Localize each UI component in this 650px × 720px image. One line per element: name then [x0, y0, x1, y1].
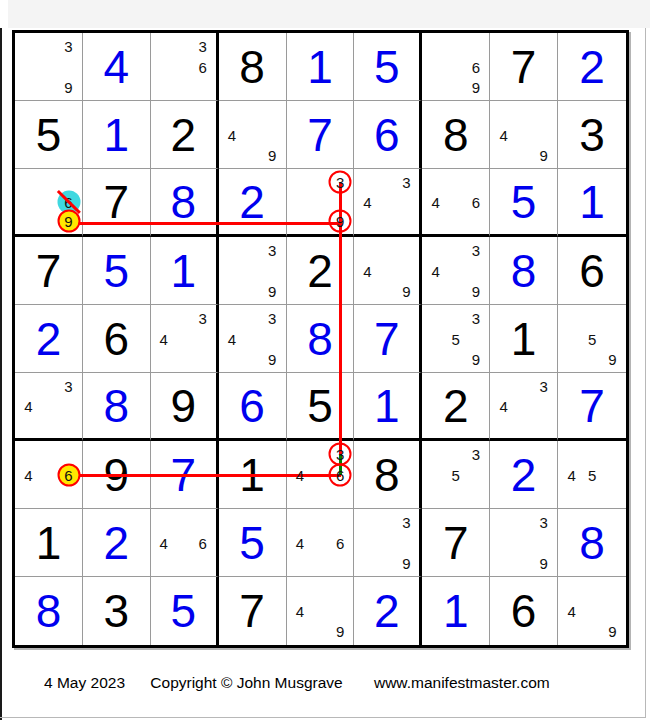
cell-r3c7[interactable]: 46: [422, 169, 490, 237]
pencil-marks: 34: [151, 305, 216, 372]
solved-digit: 5: [219, 509, 286, 576]
candidate-9-yellow-circle: 9: [57, 210, 80, 233]
candidate-6: 6: [191, 55, 214, 78]
candidate-3: 3: [532, 375, 555, 398]
candidate-3: 3: [464, 443, 487, 466]
cell-r4c2[interactable]: 5: [83, 237, 151, 305]
solved-digit: 2: [83, 509, 150, 576]
pencil-marks: 49: [490, 101, 557, 168]
cell-r3c2[interactable]: 7: [83, 169, 151, 237]
cell-r6c7[interactable]: 2: [422, 373, 490, 441]
window-border-right: [645, 28, 646, 718]
candidate-4: 4: [424, 259, 447, 282]
candidate-6-red-circle: 6: [329, 463, 352, 486]
solved-digit: 2: [354, 577, 419, 645]
pencil-marks: 49: [354, 237, 419, 304]
cell-r9c4[interactable]: 7: [219, 577, 287, 645]
candidate-4: 4: [221, 327, 244, 350]
cell-r6c8[interactable]: 34: [490, 373, 558, 441]
cell-r2c9[interactable]: 3: [558, 101, 626, 169]
cell-r9c5[interactable]: 49: [287, 577, 355, 645]
cell-r1c4[interactable]: 8: [219, 33, 287, 101]
candidate-5: 5: [581, 463, 604, 486]
cell-r5c1[interactable]: 2: [15, 305, 83, 373]
pencil-marks: 46: [151, 509, 216, 576]
cell-r8c4[interactable]: 5: [219, 509, 287, 577]
cell-r8c6[interactable]: 39: [354, 509, 422, 577]
cell-r8c7[interactable]: 7: [422, 509, 490, 577]
candidate-9: 9: [395, 279, 418, 302]
cell-r2c1[interactable]: 5: [15, 101, 83, 169]
candidate-5: 5: [581, 327, 604, 350]
sudoku-board: 3943681569725124976849369782393446517513…: [12, 30, 629, 648]
cell-r3c8[interactable]: 5: [490, 169, 558, 237]
candidate-3-red-circle: 3: [329, 171, 352, 194]
solved-digit: 8: [287, 305, 354, 372]
candidate-9: 9: [261, 279, 284, 302]
given-digit: 1: [219, 441, 286, 508]
given-digit: 6: [490, 577, 557, 645]
pencil-marks: 34: [15, 373, 82, 438]
cell-r8c1[interactable]: 1: [15, 509, 83, 577]
candidate-4: 4: [288, 463, 311, 486]
given-digit: 7: [83, 169, 150, 234]
pencil-marks: 49: [219, 101, 286, 168]
solved-digit: 7: [558, 373, 626, 438]
given-digit: 9: [151, 373, 216, 438]
cell-r5c8[interactable]: 1: [490, 305, 558, 373]
solved-digit: 5: [354, 33, 419, 100]
cell-r3c3[interactable]: 8: [151, 169, 219, 237]
solved-digit: 7: [151, 441, 216, 508]
cell-r7c3[interactable]: 7: [151, 441, 219, 509]
cell-r3c5[interactable]: 39: [287, 169, 355, 237]
candidate-3: 3: [57, 35, 80, 58]
candidate-4: 4: [17, 463, 40, 486]
cell-r4c5[interactable]: 2: [287, 237, 355, 305]
solved-digit: 1: [558, 169, 626, 234]
cell-r3c1[interactable]: 69: [15, 169, 83, 237]
cell-r2c8[interactable]: 49: [490, 101, 558, 169]
cell-r7c1[interactable]: 46: [15, 441, 83, 509]
candidate-6-yellow-circle: 6: [57, 463, 80, 486]
solved-digit: 8: [15, 577, 82, 645]
candidate-3: 3: [261, 239, 284, 262]
pencil-marks: 359: [422, 305, 489, 372]
pencil-marks: 49: [558, 577, 626, 645]
cell-r9c9[interactable]: 49: [558, 577, 626, 645]
cell-r3c9[interactable]: 1: [558, 169, 626, 237]
solved-digit: 5: [490, 169, 557, 234]
pencil-marks: 49: [287, 577, 354, 645]
given-digit: 8: [422, 101, 489, 168]
cell-r2c2[interactable]: 1: [83, 101, 151, 169]
solved-digit: 4: [83, 33, 150, 100]
cell-r5c4[interactable]: 349: [219, 305, 287, 373]
cell-r9c6[interactable]: 2: [354, 577, 422, 645]
cell-r8c9[interactable]: 8: [558, 509, 626, 577]
candidate-9: 9: [532, 143, 555, 166]
solved-digit: 2: [490, 441, 557, 508]
cell-r4c9[interactable]: 6: [558, 237, 626, 305]
pencil-marks: 59: [558, 305, 626, 372]
window-border-bottom: [0, 717, 646, 718]
candidate-3: 3: [532, 511, 555, 534]
solved-digit: 8: [83, 373, 150, 438]
footer-date: 4 May 2023: [44, 674, 125, 691]
candidate-5: 5: [444, 327, 467, 350]
candidate-4: 4: [152, 531, 175, 554]
candidate-9: 9: [395, 551, 418, 574]
candidate-5: 5: [444, 463, 467, 486]
given-digit: 5: [287, 373, 354, 438]
candidate-9: 9: [261, 143, 284, 166]
pencil-marks: 39: [354, 509, 419, 576]
candidate-6: 6: [191, 531, 214, 554]
cell-r7c5[interactable]: 346: [287, 441, 355, 509]
pencil-marks: 349: [219, 305, 286, 372]
pencil-marks: 69: [15, 169, 82, 234]
cell-r5c7[interactable]: 359: [422, 305, 490, 373]
given-digit: 6: [83, 305, 150, 372]
cell-r2c4[interactable]: 49: [219, 101, 287, 169]
cell-r4c3[interactable]: 1: [151, 237, 219, 305]
pencil-marks: 46: [422, 169, 489, 234]
cell-r4c4[interactable]: 39: [219, 237, 287, 305]
cell-r6c5[interactable]: 5: [287, 373, 355, 441]
pencil-marks: 34: [490, 373, 557, 438]
pencil-marks: 39: [219, 237, 286, 304]
given-digit: 7: [219, 577, 286, 645]
candidate-4: 4: [17, 394, 40, 417]
cell-r1c9[interactable]: 2: [558, 33, 626, 101]
cell-r4c6[interactable]: 49: [354, 237, 422, 305]
solved-digit: 5: [83, 237, 150, 304]
cell-r1c7[interactable]: 69: [422, 33, 490, 101]
candidate-9: 9: [601, 347, 624, 370]
cell-r7c2[interactable]: 9: [83, 441, 151, 509]
cell-r2c6[interactable]: 6: [354, 101, 422, 169]
top-bar: [8, 0, 650, 28]
candidate-4: 4: [492, 123, 515, 146]
solved-digit: 1: [422, 577, 489, 645]
given-digit: 1: [490, 305, 557, 372]
cell-r5c3[interactable]: 34: [151, 305, 219, 373]
given-digit: 3: [83, 577, 150, 645]
candidate-4: 4: [288, 600, 311, 623]
pencil-marks: 39: [15, 33, 82, 100]
window-border-left: [0, 28, 2, 720]
candidate-9: 9: [329, 620, 352, 643]
cell-r8c8[interactable]: 39: [490, 509, 558, 577]
candidate-9: 9: [464, 279, 487, 302]
solved-digit: 6: [354, 101, 419, 168]
cell-r2c3[interactable]: 2: [151, 101, 219, 169]
candidate-9: 9: [601, 620, 624, 643]
pencil-marks: 45: [558, 441, 626, 508]
cell-r5c9[interactable]: 59: [558, 305, 626, 373]
pencil-marks: 36: [151, 33, 216, 100]
pencil-marks: 69: [422, 33, 489, 100]
cell-r1c8[interactable]: 7: [490, 33, 558, 101]
given-digit: 8: [219, 33, 286, 100]
pencil-marks: 35: [422, 441, 489, 508]
cell-r2c7[interactable]: 8: [422, 101, 490, 169]
cell-r9c7[interactable]: 1: [422, 577, 490, 645]
cell-r3c4[interactable]: 2: [219, 169, 287, 237]
solved-digit: 7: [287, 101, 354, 168]
candidate-9: 9: [57, 75, 80, 98]
candidate-3: 3: [57, 375, 80, 398]
pencil-marks: 34: [354, 169, 419, 234]
solved-digit: 8: [151, 169, 216, 234]
solved-digit: 5: [151, 577, 216, 645]
given-digit: 5: [15, 101, 82, 168]
candidate-9: 9: [464, 347, 487, 370]
pencil-marks: 46: [287, 509, 354, 576]
candidate-4: 4: [152, 327, 175, 350]
candidate-4: 4: [356, 259, 379, 282]
cell-r5c2[interactable]: 6: [83, 305, 151, 373]
cell-r8c3[interactable]: 46: [151, 509, 219, 577]
footer-website: www.manifestmaster.com: [374, 674, 550, 691]
candidate-3: 3: [464, 307, 487, 330]
cell-r1c6[interactable]: 5: [354, 33, 422, 101]
candidate-9-red-circle: 9: [329, 210, 352, 233]
given-digit: 2: [287, 237, 354, 304]
cell-r4c7[interactable]: 349: [422, 237, 490, 305]
cell-r7c7[interactable]: 35: [422, 441, 490, 509]
footer: 4 May 2023 Copyright © John Musgrave www…: [44, 674, 550, 692]
cell-r3c6[interactable]: 34: [354, 169, 422, 237]
pencil-marks: 349: [422, 237, 489, 304]
cell-r8c2[interactable]: 2: [83, 509, 151, 577]
cell-r4c8[interactable]: 8: [490, 237, 558, 305]
candidate-3: 3: [395, 171, 418, 194]
candidate-3: 3: [261, 307, 284, 330]
cell-r7c4[interactable]: 1: [219, 441, 287, 509]
cell-r4c1[interactable]: 7: [15, 237, 83, 305]
solved-digit: 8: [558, 509, 626, 576]
pencil-marks: 39: [287, 169, 354, 234]
candidate-4: 4: [424, 190, 447, 213]
cell-r6c9[interactable]: 7: [558, 373, 626, 441]
given-digit: 7: [15, 237, 82, 304]
cell-r2c5[interactable]: 7: [287, 101, 355, 169]
candidate-3: 3: [191, 307, 214, 330]
given-digit: 8: [354, 441, 419, 508]
solved-digit: 6: [219, 373, 286, 438]
given-digit: 7: [422, 509, 489, 576]
solved-digit: 1: [354, 373, 419, 438]
cell-r9c2[interactable]: 3: [83, 577, 151, 645]
candidate-4: 4: [560, 600, 583, 623]
given-digit: 2: [151, 101, 216, 168]
candidate-4: 4: [356, 190, 379, 213]
pencil-marks: 39: [490, 509, 557, 576]
solved-digit: 2: [15, 305, 82, 372]
cell-r1c3[interactable]: 36: [151, 33, 219, 101]
candidate-9: 9: [464, 75, 487, 98]
candidate-6: 6: [329, 531, 352, 554]
cell-r6c3[interactable]: 9: [151, 373, 219, 441]
solved-digit: 7: [354, 305, 419, 372]
candidate-4: 4: [221, 123, 244, 146]
cell-r9c1[interactable]: 8: [15, 577, 83, 645]
cell-r5c6[interactable]: 7: [354, 305, 422, 373]
candidate-3: 3: [395, 511, 418, 534]
cell-r6c4[interactable]: 6: [219, 373, 287, 441]
given-digit: 1: [15, 509, 82, 576]
given-digit: 2: [422, 373, 489, 438]
cell-r9c3[interactable]: 5: [151, 577, 219, 645]
solved-digit: 2: [219, 169, 286, 234]
cell-r9c8[interactable]: 6: [490, 577, 558, 645]
solved-digit: 2: [558, 33, 626, 100]
candidate-6: 6: [464, 190, 487, 213]
solved-digit: 8: [490, 237, 557, 304]
given-digit: 3: [558, 101, 626, 168]
cell-r8c5[interactable]: 46: [287, 509, 355, 577]
cell-r6c2[interactable]: 8: [83, 373, 151, 441]
cell-r7c9[interactable]: 45: [558, 441, 626, 509]
pencil-marks: 46: [15, 441, 82, 508]
solved-digit: 1: [151, 237, 216, 304]
pencil-marks: 346: [287, 441, 354, 508]
candidate-9: 9: [261, 347, 284, 370]
cell-r1c5[interactable]: 1: [287, 33, 355, 101]
cell-r7c8[interactable]: 2: [490, 441, 558, 509]
footer-copyright: Copyright © John Musgrave: [150, 674, 342, 691]
cell-r6c1[interactable]: 34: [15, 373, 83, 441]
candidate-4: 4: [288, 531, 311, 554]
solved-digit: 1: [83, 101, 150, 168]
candidate-4: 4: [492, 394, 515, 417]
given-digit: 7: [490, 33, 557, 100]
cell-r1c2[interactable]: 4: [83, 33, 151, 101]
candidate-3: 3: [464, 239, 487, 262]
cell-r1c1[interactable]: 39: [15, 33, 83, 101]
cell-r6c6[interactable]: 1: [354, 373, 422, 441]
given-digit: 6: [558, 237, 626, 304]
candidate-9: 9: [532, 551, 555, 574]
cell-r7c6[interactable]: 8: [354, 441, 422, 509]
solved-digit: 1: [287, 33, 354, 100]
given-digit: 9: [83, 441, 150, 508]
cell-r5c5[interactable]: 8: [287, 305, 355, 373]
